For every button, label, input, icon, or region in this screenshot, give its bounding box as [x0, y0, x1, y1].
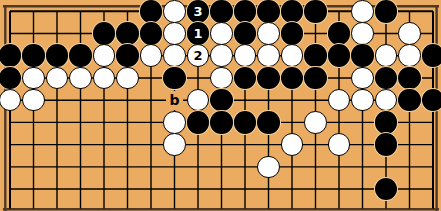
point-10-3: [233, 67, 257, 89]
point-1-5: [22, 111, 46, 133]
point-8-3: [186, 67, 210, 89]
stone-black: [375, 0, 398, 23]
stone-white: [210, 44, 233, 67]
stone-black: [140, 0, 163, 23]
point-17-6: [398, 134, 422, 156]
point-2-3: [45, 67, 69, 89]
point-1-6: [22, 134, 46, 156]
point-9-3: [210, 67, 234, 89]
point-14-1: [327, 22, 351, 44]
point-1-3: [22, 67, 46, 89]
stone-black: [304, 0, 327, 23]
point-6-4: [139, 89, 163, 111]
point-16-1: [374, 22, 398, 44]
point-7-1: [163, 22, 187, 44]
point-16-3: [374, 67, 398, 89]
point-5-5: [116, 111, 140, 133]
point-11-2: [257, 45, 281, 67]
stone-black: [140, 22, 163, 45]
stone-white: [22, 67, 45, 90]
point-15-4: [351, 89, 375, 111]
point-18-5: [421, 111, 441, 133]
point-15-0: [351, 0, 375, 22]
stone-black: [328, 44, 351, 67]
stone-black: [328, 22, 351, 45]
point-13-3: [304, 67, 328, 89]
stone-black: [257, 67, 280, 90]
stone-white: [187, 89, 210, 112]
point-5-6: [116, 134, 140, 156]
point-14-8: [327, 178, 351, 200]
point-1-8: [22, 178, 46, 200]
point-17-3: [398, 67, 422, 89]
point-16-6: [374, 134, 398, 156]
point-17-7: [398, 156, 422, 178]
stone-black: [210, 0, 233, 23]
point-4-6: [92, 134, 116, 156]
stone-white: [163, 22, 186, 45]
stone-black: [304, 44, 327, 67]
point-17-5: [398, 111, 422, 133]
stone-black: [234, 111, 257, 134]
go-board: 312b: [0, 0, 441, 211]
point-12-5: [280, 111, 304, 133]
point-10-5: [233, 111, 257, 133]
point-18-3: [421, 67, 441, 89]
point-14-2: [327, 45, 351, 67]
point-11-4: [257, 89, 281, 111]
point-12-4: [280, 89, 304, 111]
stone-black: [210, 111, 233, 134]
stone-black: [281, 0, 304, 23]
point-17-4: [398, 89, 422, 111]
stone-white: [351, 89, 374, 112]
point-10-4: [233, 89, 257, 111]
point-8-6: [186, 134, 210, 156]
point-12-3: [280, 67, 304, 89]
point-12-8: [280, 178, 304, 200]
point-1-4: [22, 89, 46, 111]
point-16-8: [374, 178, 398, 200]
point-7-0: [163, 0, 187, 22]
point-5-1: [116, 22, 140, 44]
point-5-0: [116, 0, 140, 22]
stone-white: [163, 111, 186, 134]
point-9-4: [210, 89, 234, 111]
stone-white: [0, 89, 21, 112]
point-16-0: [374, 0, 398, 22]
stone-black: [422, 89, 441, 112]
stone-white: [398, 44, 421, 67]
point-16-7: [374, 156, 398, 178]
stone-white: [328, 133, 351, 156]
point-16-4: [374, 89, 398, 111]
point-8-7: [186, 156, 210, 178]
point-7-6: [163, 134, 187, 156]
point-4-0: [92, 0, 116, 22]
stone-black: [163, 67, 186, 90]
point-9-2: [210, 45, 234, 67]
point-6-5: [139, 111, 163, 133]
point-5-8: [116, 178, 140, 200]
stone-white: [281, 44, 304, 67]
stone-black: [187, 111, 210, 134]
point-3-7: [69, 156, 93, 178]
point-0-0: [0, 0, 22, 22]
point-6-1: [139, 22, 163, 44]
stone-white: [351, 67, 374, 90]
point-13-0: [304, 0, 328, 22]
point-6-8: [139, 178, 163, 200]
stone-white: [210, 22, 233, 45]
point-12-0: [280, 0, 304, 22]
point-13-4: [304, 89, 328, 111]
point-16-5: [374, 111, 398, 133]
point-18-2: [421, 45, 441, 67]
stone-white: [22, 89, 45, 112]
point-5-4: [116, 89, 140, 111]
stone-black: [351, 44, 374, 67]
point-11-5: [257, 111, 281, 133]
point-9-5: [210, 111, 234, 133]
point-2-1: [45, 22, 69, 44]
point-8-8: [186, 178, 210, 200]
point-3-3: [69, 67, 93, 89]
point-4-7: [92, 156, 116, 178]
point-11-8: [257, 178, 281, 200]
point-0-3: [0, 67, 22, 89]
point-13-1: [304, 22, 328, 44]
stone-white: [375, 44, 398, 67]
stone-white: [328, 89, 351, 112]
point-5-2: [116, 45, 140, 67]
point-3-4: [69, 89, 93, 111]
point-9-6: [210, 134, 234, 156]
point-4-8: [92, 178, 116, 200]
stone-black-numbered-3: 3: [187, 0, 210, 23]
stone-black: [210, 89, 233, 112]
point-2-7: [45, 156, 69, 178]
point-1-0: [22, 0, 46, 22]
stone-black: [375, 178, 398, 201]
point-10-2: [233, 45, 257, 67]
stone-black: [304, 67, 327, 90]
point-15-7: [351, 156, 375, 178]
stone-white: [257, 156, 280, 179]
point-11-7: [257, 156, 281, 178]
point-0-8: [0, 178, 22, 200]
point-18-0: [421, 0, 441, 22]
point-6-7: [139, 156, 163, 178]
point-16-2: [374, 45, 398, 67]
point-17-1: [398, 22, 422, 44]
point-12-7: [280, 156, 304, 178]
stone-black: [116, 44, 139, 67]
point-17-0: [398, 0, 422, 22]
point-2-0: [45, 0, 69, 22]
point-2-4: [45, 89, 69, 111]
stone-white: [46, 67, 69, 90]
point-6-6: [139, 134, 163, 156]
stone-white: [140, 44, 163, 67]
point-14-5: [327, 111, 351, 133]
stone-black: [422, 44, 441, 67]
point-18-6: [421, 134, 441, 156]
point-13-6: [304, 134, 328, 156]
stone-black-numbered-1: 1: [187, 22, 210, 45]
point-4-2: [92, 45, 116, 67]
point-0-4: [0, 89, 22, 111]
stone-black: [234, 22, 257, 45]
point-15-8: [351, 178, 375, 200]
point-3-2: [69, 45, 93, 67]
stone-white: [116, 67, 139, 90]
point-6-0: [139, 0, 163, 22]
point-17-8: [398, 178, 422, 200]
stone-white: [351, 0, 374, 23]
point-12-6: [280, 134, 304, 156]
stone-white: [234, 44, 257, 67]
point-7-7: [163, 156, 187, 178]
stone-white: [93, 67, 116, 90]
point-15-3: [351, 67, 375, 89]
stone-black: [398, 67, 421, 90]
point-15-5: [351, 111, 375, 133]
point-18-8: [421, 178, 441, 200]
point-0-5: [0, 111, 22, 133]
point-4-3: [92, 67, 116, 89]
point-7-3: [163, 67, 187, 89]
point-17-2: [398, 45, 422, 67]
point-4-4: [92, 89, 116, 111]
point-10-7: [233, 156, 257, 178]
stone-black: [281, 67, 304, 90]
point-9-1: [210, 22, 234, 44]
stone-black: [398, 89, 421, 112]
stone-black: [0, 44, 21, 67]
point-6-2: [139, 45, 163, 67]
point-15-2: [351, 45, 375, 67]
stone-white: [163, 0, 186, 23]
point-8-5: [186, 111, 210, 133]
stone-white: [257, 22, 280, 45]
point-1-2: [22, 45, 46, 67]
point-18-7: [421, 156, 441, 178]
point-7-2: [163, 45, 187, 67]
point-9-8: [210, 178, 234, 200]
point-0-1: [0, 22, 22, 44]
stone-black: [93, 22, 116, 45]
point-13-8: [304, 178, 328, 200]
point-3-0: [69, 0, 93, 22]
stone-black: [375, 111, 398, 134]
stone-black: [116, 22, 139, 45]
stone-white: [375, 89, 398, 112]
point-3-5: [69, 111, 93, 133]
point-0-6: [0, 134, 22, 156]
stone-white: [398, 22, 421, 45]
point-1-1: [22, 22, 46, 44]
stone-black: [234, 0, 257, 23]
point-10-1: [233, 22, 257, 44]
point-14-0: [327, 0, 351, 22]
stone-black: [375, 67, 398, 90]
point-8-0: 3: [186, 0, 210, 22]
stone-white: [69, 67, 92, 90]
point-10-8: [233, 178, 257, 200]
point-11-3: [257, 67, 281, 89]
point-10-0: [233, 0, 257, 22]
stone-grid: 312b: [0, 0, 441, 200]
stone-white: [93, 44, 116, 67]
point-9-0: [210, 0, 234, 22]
point-3-1: [69, 22, 93, 44]
point-2-2: [45, 45, 69, 67]
point-15-1: [351, 22, 375, 44]
point-11-1: [257, 22, 281, 44]
point-0-7: [0, 156, 22, 178]
stone-black: [281, 22, 304, 45]
point-8-2: 2: [186, 45, 210, 67]
point-11-6: [257, 134, 281, 156]
point-3-6: [69, 134, 93, 156]
stone-black: [22, 44, 45, 67]
stone-white: [257, 44, 280, 67]
stone-white: [281, 133, 304, 156]
point-2-8: [45, 178, 69, 200]
point-8-4: [186, 89, 210, 111]
point-18-1: [421, 22, 441, 44]
point-3-8: [69, 178, 93, 200]
stone-black: [0, 67, 21, 90]
point-8-1: 1: [186, 22, 210, 44]
stone-black: [69, 44, 92, 67]
point-5-7: [116, 156, 140, 178]
point-1-7: [22, 156, 46, 178]
point-13-2: [304, 45, 328, 67]
point-14-6: [327, 134, 351, 156]
stone-white: [163, 44, 186, 67]
stone-white: [304, 111, 327, 134]
point-12-1: [280, 22, 304, 44]
point-14-4: [327, 89, 351, 111]
point-11-0: [257, 0, 281, 22]
point-12-2: [280, 45, 304, 67]
point-7-8: [163, 178, 187, 200]
stone-black: [257, 111, 280, 134]
point-14-3: [327, 67, 351, 89]
stone-white: [351, 22, 374, 45]
point-15-6: [351, 134, 375, 156]
stone-white: [163, 133, 186, 156]
stone-black: [257, 0, 280, 23]
point-7-4: b: [163, 89, 187, 111]
point-6-3: [139, 67, 163, 89]
stone-white: [210, 67, 233, 90]
point-10-6: [233, 134, 257, 156]
point-label-b: b: [166, 91, 183, 110]
point-13-7: [304, 156, 328, 178]
stone-white-numbered-2: 2: [187, 44, 210, 67]
point-4-5: [92, 111, 116, 133]
point-0-2: [0, 45, 22, 67]
point-7-5: [163, 111, 187, 133]
point-18-4: [421, 89, 441, 111]
stone-black: [375, 133, 398, 156]
stone-black: [234, 67, 257, 90]
point-13-5: [304, 111, 328, 133]
point-14-7: [327, 156, 351, 178]
point-9-7: [210, 156, 234, 178]
point-2-6: [45, 134, 69, 156]
point-5-3: [116, 67, 140, 89]
point-4-1: [92, 22, 116, 44]
stone-black: [46, 44, 69, 67]
point-2-5: [45, 111, 69, 133]
